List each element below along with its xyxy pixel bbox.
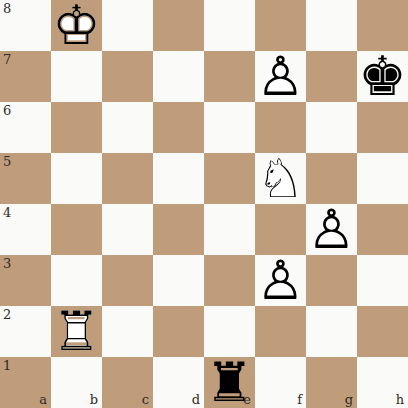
white-rook-outline-icon: ♖	[51, 306, 102, 357]
rank-label-1: 1	[3, 359, 11, 372]
square-h5[interactable]	[357, 153, 408, 204]
square-g7[interactable]	[306, 51, 357, 102]
square-h1[interactable]: h	[357, 357, 408, 408]
white-rook-icon: ♜	[51, 306, 102, 357]
file-label-g: g	[345, 393, 353, 406]
square-c5[interactable]	[102, 153, 153, 204]
file-label-h: h	[396, 393, 404, 406]
chess-board: 8♚♔7♟♙♚65♞♘4♟♙3♟♙2♜♖1abcde♜fgh	[0, 0, 408, 408]
white-pawn-outline-icon: ♙	[306, 204, 357, 255]
rank-label-6: 6	[3, 104, 11, 117]
square-d2[interactable]	[153, 306, 204, 357]
square-h3[interactable]	[357, 255, 408, 306]
square-d1[interactable]: d	[153, 357, 204, 408]
square-e1[interactable]: e♜	[204, 357, 255, 408]
white-pawn-icon: ♟	[255, 51, 306, 102]
square-g1[interactable]: g	[306, 357, 357, 408]
square-a4[interactable]: 4	[0, 204, 51, 255]
square-h2[interactable]	[357, 306, 408, 357]
square-d4[interactable]	[153, 204, 204, 255]
rank-label-2: 2	[3, 308, 11, 321]
piece-black-king-h7[interactable]: ♚	[357, 51, 408, 102]
square-a6[interactable]: 6	[0, 102, 51, 153]
square-d7[interactable]	[153, 51, 204, 102]
file-label-f: f	[297, 393, 302, 406]
square-a7[interactable]: 7	[0, 51, 51, 102]
piece-white-king-b8[interactable]: ♚♔	[51, 0, 102, 51]
square-d8[interactable]	[153, 0, 204, 51]
square-e6[interactable]	[204, 102, 255, 153]
rank-label-8: 8	[3, 2, 11, 15]
square-d3[interactable]	[153, 255, 204, 306]
white-knight-outline-icon: ♘	[255, 153, 306, 204]
rank-label-3: 3	[3, 257, 11, 270]
square-b2[interactable]: ♜♖	[51, 306, 102, 357]
square-c4[interactable]	[102, 204, 153, 255]
piece-white-pawn-f7[interactable]: ♟♙	[255, 51, 306, 102]
square-e4[interactable]	[204, 204, 255, 255]
piece-white-rook-b2[interactable]: ♜♖	[51, 306, 102, 357]
white-king-outline-icon: ♔	[51, 0, 102, 51]
square-h7[interactable]: ♚	[357, 51, 408, 102]
square-f6[interactable]	[255, 102, 306, 153]
square-g6[interactable]	[306, 102, 357, 153]
square-b8[interactable]: ♚♔	[51, 0, 102, 51]
square-a2[interactable]: 2	[0, 306, 51, 357]
file-label-c: c	[142, 393, 149, 406]
square-a3[interactable]: 3	[0, 255, 51, 306]
square-d6[interactable]	[153, 102, 204, 153]
black-rook-icon: ♜	[204, 357, 255, 408]
white-knight-icon: ♞	[255, 153, 306, 204]
square-f2[interactable]	[255, 306, 306, 357]
square-a1[interactable]: 1a	[0, 357, 51, 408]
square-h4[interactable]	[357, 204, 408, 255]
rank-label-7: 7	[3, 53, 11, 66]
square-c7[interactable]	[102, 51, 153, 102]
square-c2[interactable]	[102, 306, 153, 357]
square-f3[interactable]: ♟♙	[255, 255, 306, 306]
square-e2[interactable]	[204, 306, 255, 357]
square-b6[interactable]	[51, 102, 102, 153]
white-pawn-outline-icon: ♙	[255, 255, 306, 306]
square-c3[interactable]	[102, 255, 153, 306]
square-e7[interactable]	[204, 51, 255, 102]
piece-white-pawn-g4[interactable]: ♟♙	[306, 204, 357, 255]
file-label-d: d	[192, 393, 200, 406]
square-a5[interactable]: 5	[0, 153, 51, 204]
rank-label-5: 5	[3, 155, 11, 168]
piece-white-pawn-f3[interactable]: ♟♙	[255, 255, 306, 306]
square-f1[interactable]: f	[255, 357, 306, 408]
square-g5[interactable]	[306, 153, 357, 204]
square-f5[interactable]: ♞♘	[255, 153, 306, 204]
file-label-b: b	[90, 393, 98, 406]
white-king-icon: ♚	[51, 0, 102, 51]
square-c8[interactable]	[102, 0, 153, 51]
square-b7[interactable]	[51, 51, 102, 102]
square-c1[interactable]: c	[102, 357, 153, 408]
white-pawn-icon: ♟	[255, 255, 306, 306]
piece-black-rook-e1[interactable]: ♜	[204, 357, 255, 408]
square-b5[interactable]	[51, 153, 102, 204]
square-b4[interactable]	[51, 204, 102, 255]
square-f4[interactable]	[255, 204, 306, 255]
square-g4[interactable]: ♟♙	[306, 204, 357, 255]
square-h6[interactable]	[357, 102, 408, 153]
piece-white-knight-f5[interactable]: ♞♘	[255, 153, 306, 204]
white-pawn-outline-icon: ♙	[255, 51, 306, 102]
square-b1[interactable]: b	[51, 357, 102, 408]
square-b3[interactable]	[51, 255, 102, 306]
square-a8[interactable]: 8	[0, 0, 51, 51]
square-d5[interactable]	[153, 153, 204, 204]
square-e5[interactable]	[204, 153, 255, 204]
square-f7[interactable]: ♟♙	[255, 51, 306, 102]
file-label-a: a	[39, 393, 47, 406]
rank-label-4: 4	[3, 206, 11, 219]
black-king-icon: ♚	[357, 51, 408, 102]
square-g3[interactable]	[306, 255, 357, 306]
square-f8[interactable]	[255, 0, 306, 51]
square-g8[interactable]	[306, 0, 357, 51]
square-e3[interactable]	[204, 255, 255, 306]
square-e8[interactable]	[204, 0, 255, 51]
square-c6[interactable]	[102, 102, 153, 153]
square-g2[interactable]	[306, 306, 357, 357]
white-pawn-icon: ♟	[306, 204, 357, 255]
square-h8[interactable]	[357, 0, 408, 51]
